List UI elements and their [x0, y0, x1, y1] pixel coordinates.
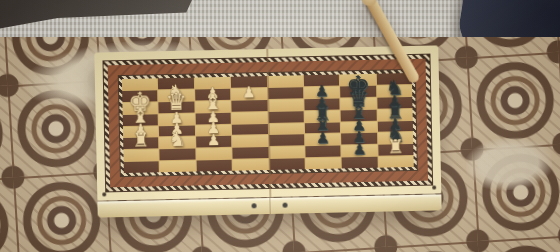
square-h5: ♜: [377, 109, 413, 121]
square-d7: ♟: [231, 88, 267, 100]
fabric-highlight: [464, 135, 553, 193]
square-f4: ♝: [305, 122, 341, 134]
chess-board: ♞♟♟♟♚♞♚♛♝♟♛♟♝♟♟♜♝♜♟♟♟♝♟♟♜♞♟♟♟♞♟♜: [94, 45, 441, 217]
square-f7: ♟: [304, 86, 340, 98]
square-e1: [269, 158, 305, 170]
square-c1: [196, 160, 232, 172]
hinge-dot: [252, 203, 257, 208]
square-c7: ♟: [195, 89, 231, 101]
square-b8: [158, 78, 194, 90]
square-d3: [232, 135, 268, 147]
square-c2: [196, 148, 232, 160]
square-c4: ♟: [196, 124, 232, 136]
square-b7: ♞: [158, 89, 194, 101]
square-g2: ♟: [342, 145, 378, 157]
square-f1: [305, 158, 341, 170]
square-e3: [269, 135, 305, 147]
square-g8: [340, 74, 376, 86]
square-e5: [268, 111, 304, 123]
screw-dot: [432, 185, 436, 189]
square-f6: ♟: [304, 98, 340, 110]
square-b1: [160, 161, 196, 173]
square-g4: ♟: [341, 121, 377, 133]
square-f2: [305, 146, 341, 158]
square-b2: [160, 149, 196, 161]
square-h7: ♞: [377, 85, 413, 97]
screw-dot: [102, 192, 106, 196]
square-a2: [123, 150, 159, 162]
square-d1: [233, 159, 269, 171]
square-b3: ♞: [159, 137, 195, 149]
square-e6: [268, 99, 304, 111]
square-a6: ♚: [122, 102, 158, 114]
photo-scene: ♞♟♟♟♚♞♚♛♝♟♛♟♝♟♟♜♝♜♟♟♟♝♟♟♜♞♟♟♟♞♟♜: [0, 0, 560, 252]
square-h6: ♟: [377, 97, 413, 109]
square-b6: ♛: [159, 101, 195, 113]
square-g7: ♚: [340, 86, 376, 98]
square-d4: [232, 124, 268, 136]
square-g1: [342, 157, 378, 169]
square-h4: ♟: [377, 120, 413, 132]
square-c6: ♝: [195, 101, 231, 113]
square-d5: [232, 112, 268, 124]
square-c3: ♟: [196, 136, 232, 148]
square-a4: ♟: [123, 126, 159, 138]
square-b5: ♟: [159, 113, 195, 125]
square-f8: [304, 74, 340, 86]
square-g5: ♝: [341, 109, 377, 121]
square-d8: [231, 76, 267, 88]
square-a7: [122, 90, 158, 102]
square-c8: [195, 77, 231, 89]
square-f5: ♜: [304, 110, 340, 122]
square-e2: [269, 146, 305, 158]
square-d6: [231, 100, 267, 112]
square-g6: ♛: [341, 97, 377, 109]
hinge-dot: [282, 203, 287, 208]
front-fold-seam: [269, 198, 270, 214]
square-c5: ♟: [195, 112, 231, 124]
square-d2: [232, 147, 268, 159]
square-h2: ♜: [378, 144, 414, 156]
square-e8: [267, 75, 303, 87]
square-a1: [124, 161, 160, 173]
square-g3: ♟: [341, 133, 377, 145]
square-e7: [268, 87, 304, 99]
square-a8: [122, 78, 158, 90]
square-e4: [268, 123, 304, 135]
square-h1: [378, 156, 414, 168]
square-a3: ♜: [123, 138, 159, 150]
square-f3: ♟: [305, 134, 341, 146]
square-a5: ♝: [123, 114, 159, 126]
square-h3: ♞: [378, 132, 414, 144]
square-b4: ♟: [159, 125, 195, 137]
board-top-face: ♞♟♟♟♚♞♚♛♝♟♛♟♝♟♟♜♝♜♟♟♟♝♟♟♜♞♟♟♟♞♟♜: [94, 45, 441, 200]
